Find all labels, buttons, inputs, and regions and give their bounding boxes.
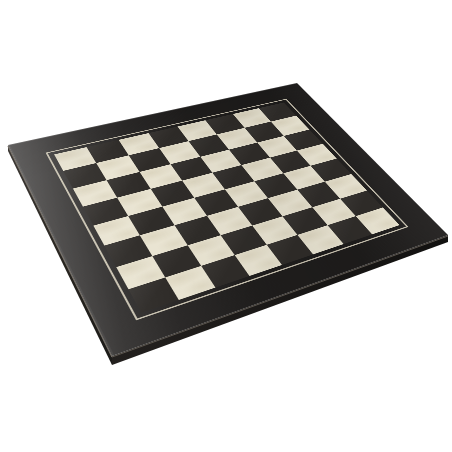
- product-photo: [0, 0, 452, 452]
